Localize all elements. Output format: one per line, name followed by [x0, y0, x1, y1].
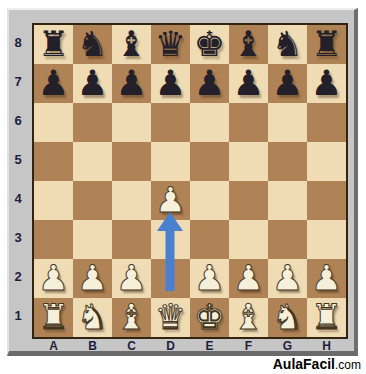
square-h2: ♟ — [307, 259, 346, 298]
square-a6 — [34, 103, 73, 142]
piece-black-pawn: ♟ — [77, 64, 108, 103]
square-f7: ♟ — [229, 64, 268, 103]
square-b8: ♞ — [73, 25, 112, 64]
chess-board: ♜♞♝♛♚♝♞♜♟♟♟♟♟♟♟♟♟♟♟♟♟♟♟♟♜♞♝♛♚♝♞♜ — [32, 23, 348, 339]
piece-white-bishop: ♝ — [116, 298, 147, 337]
square-g8: ♞ — [268, 25, 307, 64]
square-b3 — [73, 220, 112, 259]
piece-white-pawn: ♟ — [272, 259, 303, 298]
piece-black-pawn: ♟ — [194, 64, 225, 103]
square-g3 — [268, 220, 307, 259]
rank-label-7: 7 — [8, 62, 28, 101]
square-g2: ♟ — [268, 259, 307, 298]
rank-label-8: 8 — [8, 23, 28, 62]
piece-white-pawn: ♟ — [155, 181, 186, 220]
square-c8: ♝ — [112, 25, 151, 64]
square-b5 — [73, 142, 112, 181]
piece-black-king: ♚ — [194, 25, 225, 64]
piece-white-rook: ♜ — [38, 298, 69, 337]
file-label-d: D — [151, 339, 190, 352]
square-b2: ♟ — [73, 259, 112, 298]
square-a5 — [34, 142, 73, 181]
square-g5 — [268, 142, 307, 181]
watermark-brand: AulaFacil — [273, 356, 335, 372]
square-d8: ♛ — [151, 25, 190, 64]
piece-white-pawn: ♟ — [194, 259, 225, 298]
square-a1: ♜ — [34, 298, 73, 337]
square-f6 — [229, 103, 268, 142]
piece-black-rook: ♜ — [311, 25, 342, 64]
square-g1: ♞ — [268, 298, 307, 337]
square-d2 — [151, 259, 190, 298]
square-h1: ♜ — [307, 298, 346, 337]
square-f2: ♟ — [229, 259, 268, 298]
piece-white-rook: ♜ — [311, 298, 342, 337]
square-e7: ♟ — [190, 64, 229, 103]
piece-black-knight: ♞ — [77, 25, 108, 64]
square-d6 — [151, 103, 190, 142]
square-f1: ♝ — [229, 298, 268, 337]
piece-white-king: ♚ — [194, 298, 225, 337]
file-label-e: E — [190, 339, 229, 352]
piece-black-knight: ♞ — [272, 25, 303, 64]
square-e4 — [190, 181, 229, 220]
rank-label-6: 6 — [8, 101, 28, 140]
square-a8: ♜ — [34, 25, 73, 64]
piece-black-pawn: ♟ — [311, 64, 342, 103]
square-f8: ♝ — [229, 25, 268, 64]
piece-white-bishop: ♝ — [233, 298, 264, 337]
square-b1: ♞ — [73, 298, 112, 337]
watermark-suffix: .com — [335, 358, 361, 372]
square-g6 — [268, 103, 307, 142]
square-h4 — [307, 181, 346, 220]
piece-white-pawn: ♟ — [77, 259, 108, 298]
square-a3 — [34, 220, 73, 259]
file-labels: ABCDEFGH — [34, 339, 346, 352]
rank-label-4: 4 — [8, 179, 28, 218]
square-a7: ♟ — [34, 64, 73, 103]
rank-label-2: 2 — [8, 257, 28, 296]
square-h7: ♟ — [307, 64, 346, 103]
square-c3 — [112, 220, 151, 259]
rank-labels: 87654321 — [8, 23, 28, 335]
square-e2: ♟ — [190, 259, 229, 298]
square-a2: ♟ — [34, 259, 73, 298]
piece-black-bishop: ♝ — [233, 25, 264, 64]
square-a4 — [34, 181, 73, 220]
piece-white-pawn: ♟ — [38, 259, 69, 298]
square-f3 — [229, 220, 268, 259]
piece-black-pawn: ♟ — [233, 64, 264, 103]
piece-black-queen: ♛ — [155, 25, 186, 64]
piece-white-pawn: ♟ — [233, 259, 264, 298]
square-d1: ♛ — [151, 298, 190, 337]
square-d7: ♟ — [151, 64, 190, 103]
square-b6 — [73, 103, 112, 142]
piece-white-pawn: ♟ — [311, 259, 342, 298]
square-e5 — [190, 142, 229, 181]
square-c5 — [112, 142, 151, 181]
piece-white-knight: ♞ — [77, 298, 108, 337]
file-label-h: H — [307, 339, 346, 352]
square-d5 — [151, 142, 190, 181]
square-h8: ♜ — [307, 25, 346, 64]
watermark: AulaFacil.com — [273, 355, 361, 373]
square-e6 — [190, 103, 229, 142]
piece-white-pawn: ♟ — [116, 259, 147, 298]
rank-label-3: 3 — [8, 218, 28, 257]
square-f5 — [229, 142, 268, 181]
piece-black-pawn: ♟ — [38, 64, 69, 103]
square-c4 — [112, 181, 151, 220]
square-c1: ♝ — [112, 298, 151, 337]
square-h5 — [307, 142, 346, 181]
square-g7: ♟ — [268, 64, 307, 103]
square-c7: ♟ — [112, 64, 151, 103]
square-h3 — [307, 220, 346, 259]
file-label-a: A — [34, 339, 73, 352]
square-e8: ♚ — [190, 25, 229, 64]
square-b4 — [73, 181, 112, 220]
piece-black-pawn: ♟ — [155, 64, 186, 103]
piece-white-knight: ♞ — [272, 298, 303, 337]
rank-label-5: 5 — [8, 140, 28, 179]
piece-black-pawn: ♟ — [116, 64, 147, 103]
square-g4 — [268, 181, 307, 220]
square-c2: ♟ — [112, 259, 151, 298]
square-h6 — [307, 103, 346, 142]
square-c6 — [112, 103, 151, 142]
square-d4: ♟ — [151, 181, 190, 220]
piece-white-queen: ♛ — [155, 298, 186, 337]
piece-black-bishop: ♝ — [116, 25, 147, 64]
piece-black-pawn: ♟ — [272, 64, 303, 103]
square-e3 — [190, 220, 229, 259]
file-label-f: F — [229, 339, 268, 352]
file-label-c: C — [112, 339, 151, 352]
square-b7: ♟ — [73, 64, 112, 103]
rank-label-1: 1 — [8, 296, 28, 335]
file-label-b: B — [73, 339, 112, 352]
file-label-g: G — [268, 339, 307, 352]
piece-black-rook: ♜ — [38, 25, 69, 64]
square-e1: ♚ — [190, 298, 229, 337]
square-d3 — [151, 220, 190, 259]
square-f4 — [229, 181, 268, 220]
